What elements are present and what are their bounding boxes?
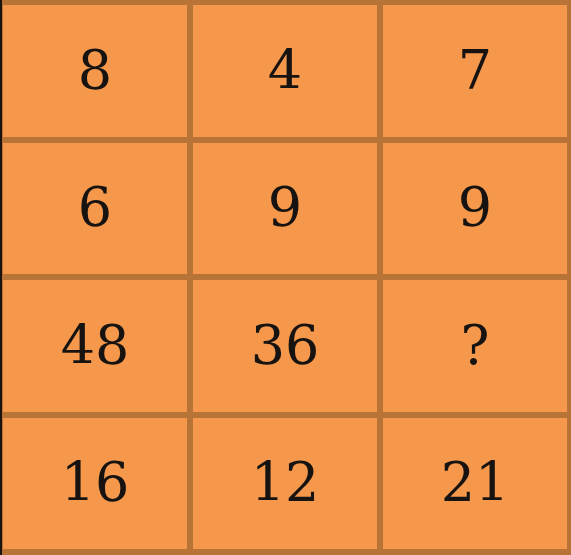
cell-r2c3: 9 xyxy=(383,143,567,275)
cell-r2c1: 6 xyxy=(3,143,187,275)
cell-unknown-r3c3: ? xyxy=(383,280,567,412)
cell-r3c1: 48 xyxy=(3,280,187,412)
cell-r4c2: 12 xyxy=(193,418,377,550)
cell-r2c2: 9 xyxy=(193,143,377,275)
cell-r1c1: 8 xyxy=(3,5,187,137)
cell-r4c1: 16 xyxy=(3,418,187,550)
cell-r1c3: 7 xyxy=(383,5,567,137)
cell-r4c3: 21 xyxy=(383,418,567,550)
puzzle-board: 8476994836?161221 xyxy=(0,0,571,555)
number-grid: 8476994836?161221 xyxy=(0,0,571,555)
cell-r3c2: 36 xyxy=(193,280,377,412)
cell-r1c2: 4 xyxy=(193,5,377,137)
